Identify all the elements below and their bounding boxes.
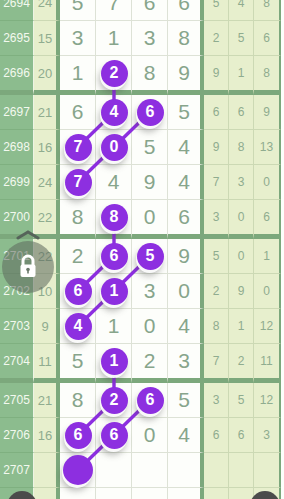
period-cell: 2695 [0,21,34,56]
digit-cell: 9 [168,56,204,95]
sum-cell: 21 [34,95,60,130]
selected-number-marker: 4 [65,313,92,340]
stat-cell: 9 [254,95,281,130]
stat-cell: 6 [204,95,229,130]
digit-cell: 1 [96,309,132,344]
digit-cell: 2 [60,239,96,274]
period-cell: 2706 [0,418,34,453]
selected-number-marker: 6 [101,243,128,270]
draw-row-next-partial [0,488,284,499]
sum-cell: 21 [34,383,60,418]
digit-cell: 3 [132,21,168,56]
selected-number-marker: 6 [137,99,164,126]
sum-cell: 16 [34,130,60,165]
digit-cell [168,488,204,499]
stat-cell: 3 [204,383,229,418]
stat-cell: 6 [204,418,229,453]
stat-cell: 6 [254,21,281,56]
digit-cell: 4 [96,165,132,200]
selected-number-marker: 8 [101,204,128,231]
selected-number-marker: 4 [101,99,128,126]
chevron-up-icon [15,230,41,240]
stat-cell [204,453,229,488]
digit-cell: 6 [132,0,168,21]
selected-number-marker: 5 [137,243,164,270]
digit-cell [96,453,132,488]
digit-cell [96,488,132,499]
digit-cell: 8 [60,383,96,418]
draw-row-2699: 2699247494730 [0,165,284,200]
sum-cell: 15 [34,21,60,56]
digit-cell: 1 [60,56,96,95]
stat-cell: 9 [204,130,229,165]
sum-cell: 9 [34,309,60,344]
period-cell: 2699 [0,165,34,200]
stat-cell: 1 [229,309,254,344]
digit-cell: 4 [168,165,204,200]
digit-cell: 5 [168,95,204,130]
stat-cell: 8 [254,0,281,21]
stat-cell: 9 [204,56,229,95]
stat-cell: 9 [229,274,254,309]
digit-cell: 2 [132,344,168,383]
stat-cell: 6 [254,200,281,239]
stat-cell: 8 [204,309,229,344]
digit-cell [132,453,168,488]
digit-cell: 7 [96,0,132,21]
screen-lock-button[interactable] [0,230,56,293]
digit-cell: 8 [168,21,204,56]
stat-cell: 13 [254,130,281,165]
draw-row-2706: 2706166604663 [0,418,284,453]
pending-draw-dot [63,455,93,485]
stat-cell: 3 [254,418,281,453]
stat-cell: 3 [229,165,254,200]
period-cell: 2704 [0,344,34,383]
digit-cell: 3 [132,274,168,309]
digit-cell: 4 [168,309,204,344]
sum-cell [34,453,60,488]
digit-cell: 3 [60,21,96,56]
sum-cell: 24 [34,165,60,200]
stat-cell: 3 [204,200,229,239]
digit-cell: 6 [60,95,96,130]
draw-row-2703: 2703941048112 [0,309,284,344]
digit-cell: 0 [132,418,168,453]
digit-cell [168,453,204,488]
stat-cell: 6 [229,418,254,453]
stat-cell: 6 [229,95,254,130]
selected-number-marker: 1 [101,348,128,375]
period-cell: 2696 [0,56,34,95]
digit-cell [132,488,168,499]
draw-row-2704: 27041151237211 [0,344,284,383]
lock-icon [17,254,39,280]
stat-cell [229,453,254,488]
stat-cell: 1 [229,56,254,95]
digit-cell: 5 [60,0,96,21]
digit-cell: 4 [168,418,204,453]
lottery-trend-chart: 2694245766548269515313825626962012899182… [0,0,284,499]
stat-cell: 4 [229,0,254,21]
digit-cell: 8 [60,200,96,239]
stat-cell: 2 [204,21,229,56]
digit-cell: 0 [132,200,168,239]
stat-cell: 5 [204,239,229,274]
stat-cell: 0 [229,200,254,239]
period-cell: 2705 [0,383,34,418]
stat-cell: 0 [254,165,281,200]
stat-cell: 0 [254,274,281,309]
draw-row-2695: 2695153138256 [0,21,284,56]
selected-number-marker: 7 [65,169,92,196]
stat-cell: 12 [254,383,281,418]
selected-number-marker: 2 [101,387,128,414]
lock-bubble [2,241,54,293]
period-cell: 2707 [0,453,34,488]
sum-cell: 16 [34,418,60,453]
draw-row-2707: 2707 [0,453,284,488]
stat-cell: 11 [254,344,281,383]
sum-cell: 11 [34,344,60,383]
digit-cell: 4 [168,130,204,165]
stat-cell: 5 [229,383,254,418]
stat-cell: 0 [229,239,254,274]
digit-cell [60,488,96,499]
period-cell: 2703 [0,309,34,344]
stat-cell [254,453,281,488]
sum-cell: 24 [34,0,60,21]
stat-cell [204,488,229,499]
selected-number-marker: 6 [101,422,128,449]
stat-cell: 1 [254,239,281,274]
digit-cell: 6 [168,200,204,239]
digit-cell: 5 [168,383,204,418]
selected-number-marker: 2 [101,60,128,87]
stat-cell: 7 [204,165,229,200]
stat-cell: 5 [204,0,229,21]
digit-cell: 9 [132,165,168,200]
selected-number-marker: 6 [65,422,92,449]
stat-cell: 7 [204,344,229,383]
draw-row-2696: 2696201289918 [0,56,284,95]
digit-cell: 8 [132,56,168,95]
selected-number-marker: 7 [65,134,92,161]
stat-cell: 5 [229,21,254,56]
stat-cell: 12 [254,309,281,344]
selected-number-marker: 6 [65,278,92,305]
selected-number-marker: 6 [137,387,164,414]
stat-cell: 8 [254,56,281,95]
digit-cell: 0 [132,309,168,344]
draw-row-2694: 2694245766548 [0,0,284,21]
period-cell: 2698 [0,130,34,165]
stat-cell: 2 [204,274,229,309]
period-cell: 2697 [0,95,34,130]
sum-cell [34,488,60,499]
digit-cell: 5 [60,344,96,383]
stat-cell: 8 [229,130,254,165]
digit-cell: 3 [168,344,204,383]
selected-number-marker: 0 [101,134,128,161]
selected-number-marker: 1 [101,278,128,305]
stat-cell [229,488,254,499]
draw-row-2698: 26981670549813 [0,130,284,165]
digit-cell: 1 [96,21,132,56]
digit-cell: 5 [132,130,168,165]
stat-cell: 2 [229,344,254,383]
digit-cell: 9 [168,239,204,274]
digit-cell: 6 [168,0,204,21]
sum-cell: 20 [34,56,60,95]
period-cell: 2694 [0,0,34,21]
digit-cell: 0 [168,274,204,309]
